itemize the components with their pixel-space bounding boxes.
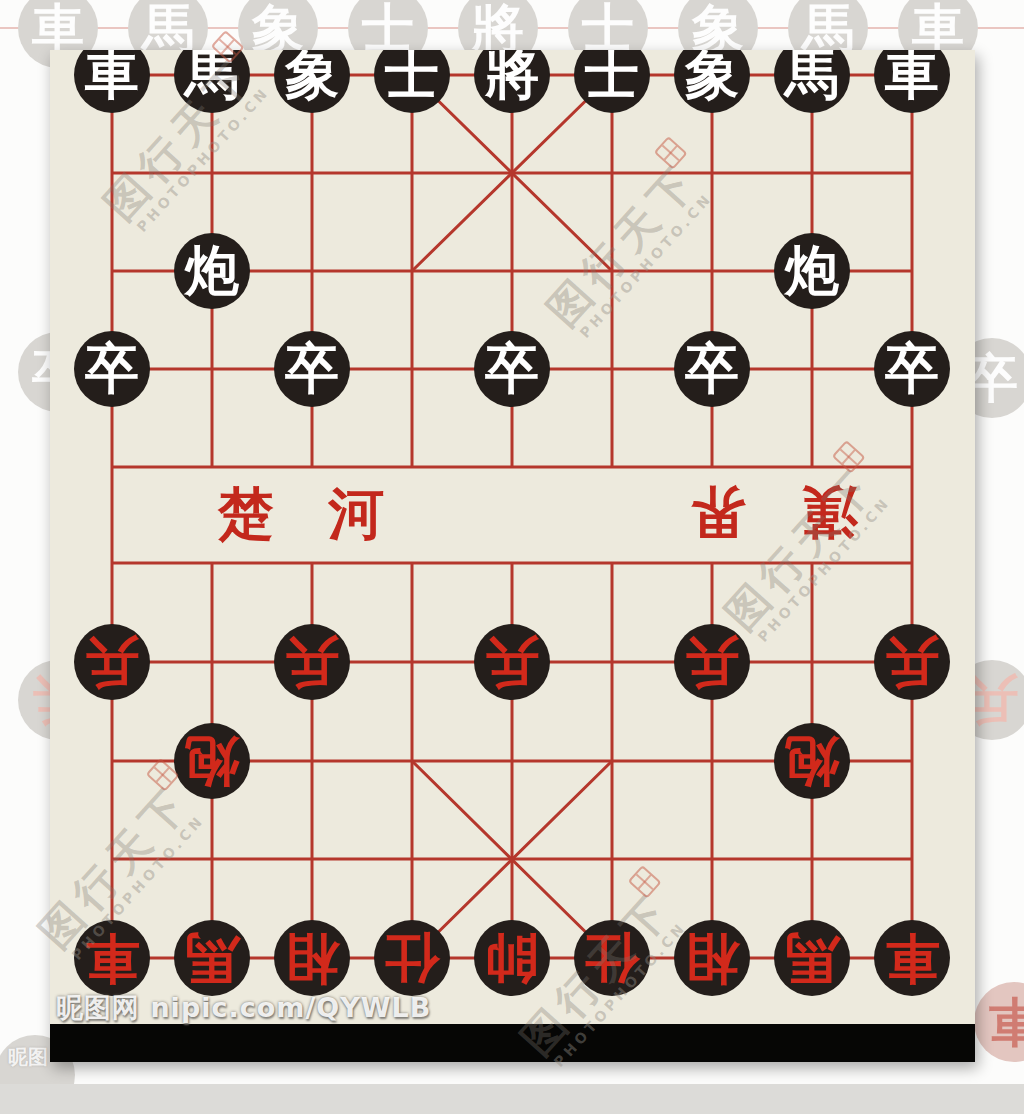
piece-red-炮-f2r8[interactable]: 炮	[174, 723, 250, 799]
ghost-piece-glyph: 士	[582, 2, 634, 54]
piece-glyph: 仕	[585, 931, 639, 985]
piece-glyph: 卒	[885, 342, 939, 396]
piece-black-士-f6r1[interactable]: 士	[574, 50, 650, 113]
page: 車馬象士將士象馬車 卒兵卒兵車 昵图	[0, 0, 1024, 1114]
piece-glyph: 兵	[285, 635, 339, 689]
piece-red-兵-f9r7[interactable]: 兵	[874, 624, 950, 700]
piece-black-士-f4r1[interactable]: 士	[374, 50, 450, 113]
piece-red-兵-f5r7[interactable]: 兵	[474, 624, 550, 700]
piece-glyph: 車	[885, 50, 939, 102]
piece-black-車-f9r1[interactable]: 車	[874, 50, 950, 113]
piece-red-車-f9r10[interactable]: 車	[874, 920, 950, 996]
piece-red-仕-f6r10[interactable]: 仕	[574, 920, 650, 996]
ghost-piece-glyph: 馬	[802, 2, 854, 54]
piece-glyph: 馬	[785, 931, 839, 985]
piece-glyph: 車	[85, 50, 139, 102]
piece-glyph: 仕	[385, 931, 439, 985]
bottom-black-bar	[50, 1024, 975, 1062]
piece-black-卒-f3r4[interactable]: 卒	[274, 331, 350, 407]
ghost-footer-watermark: 昵图	[8, 1044, 48, 1071]
piece-red-兵-f1r7[interactable]: 兵	[74, 624, 150, 700]
piece-red-炮-f8r8[interactable]: 炮	[774, 723, 850, 799]
ghost-piece-glyph: 士	[362, 2, 414, 54]
piece-black-車-f1r1[interactable]: 車	[74, 50, 150, 113]
site-credit-watermark: 昵图网 nipic.com/QYWLB	[56, 990, 431, 1026]
piece-glyph: 象	[685, 50, 739, 102]
ghost-piece-glyph: 將	[472, 2, 524, 54]
piece-glyph: 炮	[785, 244, 839, 298]
piece-red-車-f1r10[interactable]: 車	[74, 920, 150, 996]
ghost-piece-glyph: 車	[32, 2, 84, 54]
piece-glyph: 兵	[485, 635, 539, 689]
piece-black-象-f7r1[interactable]: 象	[674, 50, 750, 113]
piece-red-馬-f2r10[interactable]: 馬	[174, 920, 250, 996]
ghost-piece-glyph: 車	[988, 996, 1024, 1048]
piece-black-馬-f2r1[interactable]: 馬	[174, 50, 250, 113]
piece-glyph: 卒	[285, 342, 339, 396]
river-text-han-jie: 漢界	[634, 485, 858, 541]
piece-glyph: 炮	[185, 734, 239, 788]
piece-black-馬-f8r1[interactable]: 馬	[774, 50, 850, 113]
piece-glyph: 車	[85, 931, 139, 985]
piece-black-象-f3r1[interactable]: 象	[274, 50, 350, 113]
piece-black-卒-f1r4[interactable]: 卒	[74, 331, 150, 407]
piece-glyph: 炮	[185, 244, 239, 298]
ghost-edge-piece-車: 車	[974, 982, 1024, 1062]
piece-black-炮-f2r3[interactable]: 炮	[174, 233, 250, 309]
piece-red-相-f3r10[interactable]: 相	[274, 920, 350, 996]
piece-glyph: 象	[285, 50, 339, 102]
piece-black-炮-f8r3[interactable]: 炮	[774, 233, 850, 309]
piece-black-卒-f9r4[interactable]: 卒	[874, 331, 950, 407]
river-text-chu-he: 楚河	[218, 485, 438, 541]
piece-red-帥-f5r10[interactable]: 帥	[474, 920, 550, 996]
piece-red-仕-f4r10[interactable]: 仕	[374, 920, 450, 996]
piece-glyph: 卒	[685, 342, 739, 396]
piece-red-兵-f7r7[interactable]: 兵	[674, 624, 750, 700]
page-bottom-strip	[0, 1084, 1024, 1114]
piece-glyph: 卒	[485, 342, 539, 396]
piece-glyph: 兵	[685, 635, 739, 689]
piece-glyph: 士	[385, 50, 439, 102]
piece-glyph: 車	[885, 931, 939, 985]
piece-glyph: 馬	[185, 931, 239, 985]
piece-black-將-f5r1[interactable]: 將	[474, 50, 550, 113]
piece-glyph: 卒	[85, 342, 139, 396]
xiangqi-image: 楚河 漢界 車馬象士將士象馬車炮炮卒卒卒卒卒兵兵兵兵兵炮炮車馬相仕帥仕相馬車 昵…	[50, 50, 975, 1062]
piece-glyph: 炮	[785, 734, 839, 788]
ghost-piece-glyph: 象	[252, 2, 304, 54]
piece-glyph: 士	[585, 50, 639, 102]
piece-red-兵-f3r7[interactable]: 兵	[274, 624, 350, 700]
piece-glyph: 馬	[785, 50, 839, 102]
ghost-piece-glyph: 象	[692, 2, 744, 54]
piece-black-卒-f7r4[interactable]: 卒	[674, 331, 750, 407]
piece-glyph: 帥	[485, 931, 539, 985]
ghost-piece-glyph: 車	[912, 2, 964, 54]
piece-black-卒-f5r4[interactable]: 卒	[474, 331, 550, 407]
piece-glyph: 馬	[185, 50, 239, 102]
piece-glyph: 兵	[885, 635, 939, 689]
piece-glyph: 相	[285, 931, 339, 985]
piece-glyph: 將	[485, 50, 539, 102]
ghost-piece-glyph: 馬	[142, 2, 194, 54]
xiangqi-board: 楚河 漢界 車馬象士將士象馬車炮炮卒卒卒卒卒兵兵兵兵兵炮炮車馬相仕帥仕相馬車	[50, 50, 975, 1024]
piece-red-相-f7r10[interactable]: 相	[674, 920, 750, 996]
piece-glyph: 相	[685, 931, 739, 985]
piece-glyph: 兵	[85, 635, 139, 689]
piece-red-馬-f8r10[interactable]: 馬	[774, 920, 850, 996]
